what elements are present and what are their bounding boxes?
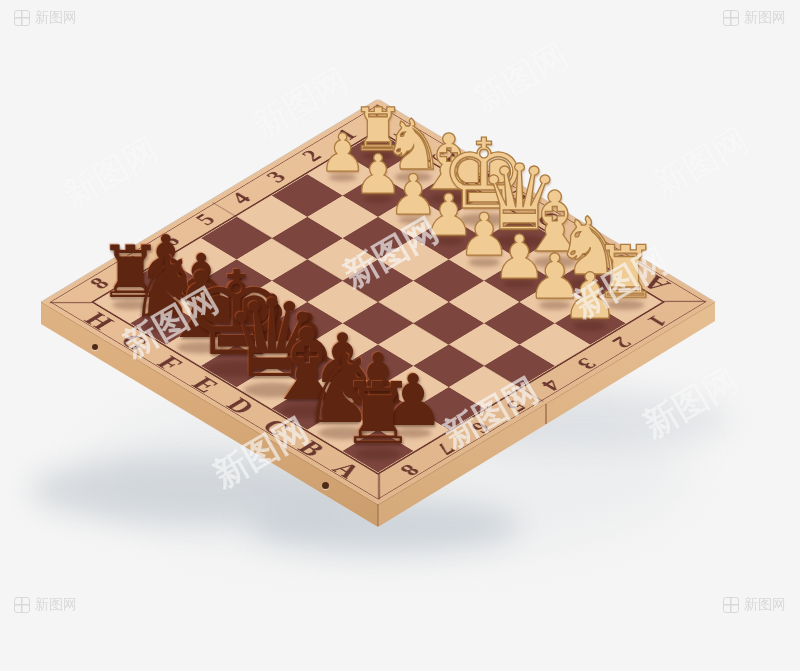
watermark-logo-icon xyxy=(14,10,30,26)
watermark-text: 新图网 xyxy=(744,9,786,27)
piece-black-rook-a8[interactable]: ♜ xyxy=(340,372,416,457)
watermark-text: 新图网 xyxy=(35,596,77,614)
pieces-layer: ♜♟♞♟♝♟♚♟♛♟♝♟♟♞♜♟♟♜♞♟♟♝♟♚♟♛♟♝♟♞♟♜ xyxy=(0,0,800,671)
watermark-logo-icon xyxy=(723,10,739,26)
piece-white-pawn-a2[interactable]: ♟ xyxy=(562,266,619,330)
watermark-top-left: 新图网 xyxy=(14,9,77,27)
watermark-logo-icon xyxy=(14,597,30,613)
watermark-text: 新图网 xyxy=(35,9,77,27)
watermark-logo-icon xyxy=(723,597,739,613)
watermark-text: 新图网 xyxy=(744,596,786,614)
watermark-top-right: 新图网 xyxy=(723,9,786,27)
watermark-bottom-left: 新图网 xyxy=(14,596,77,614)
photo-scene: HHGGFFEEDDCCBBAA1122334455667788 ♜♟♞♟♝♟♚… xyxy=(0,0,800,671)
watermark-bottom-right: 新图网 xyxy=(723,596,786,614)
